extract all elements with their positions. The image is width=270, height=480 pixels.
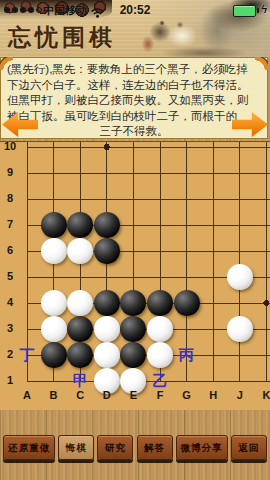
black-stone [67, 212, 93, 238]
status-bar: 中国移动 20:52 ϟ [0, 0, 270, 20]
white-stone [67, 238, 93, 264]
problem-text-line: 被白丁扳。虽可吃到白的枝叶二子，而根干的 [7, 109, 261, 125]
row-coordinate-label: 6 [1, 244, 19, 256]
row-coordinate-label: 2 [1, 348, 19, 360]
variation-point-mark[interactable]: 乙 [150, 371, 170, 391]
panel-corner-ornament [255, 57, 268, 70]
black-stone [94, 290, 120, 316]
row-coordinate-label: 9 [1, 166, 19, 178]
column-coordinate-label: D [98, 389, 116, 401]
column-coordinate-label: G [178, 389, 196, 401]
restore-redo-button[interactable]: 还原重做 [3, 435, 55, 460]
white-stone [227, 264, 253, 290]
back-button[interactable]: 返回 [231, 435, 267, 460]
black-stone [41, 342, 67, 368]
column-coordinate-label: J [231, 389, 249, 401]
battery-icon [233, 5, 256, 17]
black-stone [41, 212, 67, 238]
row-coordinate-label: 10 [1, 141, 19, 152]
problem-text-line: 下边六个白子。这样，连左边的白子也不得活。 [7, 78, 261, 94]
white-stone [147, 316, 173, 342]
white-stone [41, 290, 67, 316]
column-coordinate-label: B [45, 389, 63, 401]
answer-button[interactable]: 解答 [137, 435, 173, 460]
go-board[interactable]: 丁甲乙丙ABCDEFGHJK12345678910 [0, 141, 270, 410]
column-coordinate-label: A [18, 389, 36, 401]
black-stone [67, 316, 93, 342]
problem-text-panel: (黑先行),黑先：要救角上的三个黑子，必须吃掉 下边六个白子。这样，连左边的白子… [0, 57, 268, 139]
row-coordinate-label: 7 [1, 218, 19, 230]
variation-point-mark[interactable]: 丁 [17, 345, 37, 365]
clock-label: 20:52 [0, 3, 270, 17]
white-stone [41, 238, 67, 264]
app-title: 忘忧围棋 [8, 22, 116, 53]
charging-bolt-icon: ϟ [261, 3, 267, 15]
row-coordinate-label: 4 [1, 296, 19, 308]
black-stone [94, 238, 120, 264]
problem-text-line: (黑先行),黑先：要救角上的三个黑子，必须吃掉 [7, 62, 261, 78]
variation-point-mark[interactable]: 丙 [177, 345, 197, 365]
column-coordinate-label: H [204, 389, 222, 401]
app-screen: 忘忧围棋 中国移动 20:52 ϟ (黑先行),黑先：要救角上的三个黑子，必须吃… [0, 0, 270, 480]
black-stone [174, 290, 200, 316]
column-coordinate-label: C [71, 389, 89, 401]
row-coordinate-label: 8 [1, 192, 19, 204]
undo-move-button[interactable]: 悔棋 [58, 435, 94, 460]
variation-point-mark[interactable]: 甲 [70, 371, 90, 391]
weibo-share-button[interactable]: 微博分享 [176, 435, 228, 460]
column-coordinate-label: F [151, 389, 169, 401]
row-coordinate-label: 3 [1, 322, 19, 334]
white-stone [94, 316, 120, 342]
row-coordinate-label: 5 [1, 270, 19, 282]
study-button[interactable]: 研究 [97, 435, 133, 460]
toolbar: 还原重做 悔棋 研究 解答 微博分享 返回 [0, 435, 270, 465]
black-stone [147, 290, 173, 316]
panel-corner-ornament [0, 57, 13, 70]
problem-text-line: 但黑甲打，则被白乙接而失败。又如黑丙夹，则 [7, 93, 261, 109]
battery-cap [257, 8, 259, 13]
column-coordinate-label: K [257, 389, 270, 401]
column-coordinate-label: E [124, 389, 142, 401]
white-stone [94, 342, 120, 368]
row-coordinate-label: 1 [1, 374, 19, 386]
problem-text-line: 三子不得救。 [7, 124, 261, 140]
black-stone [94, 212, 120, 238]
white-stone [67, 290, 93, 316]
white-stone [147, 342, 173, 368]
black-stone [67, 342, 93, 368]
white-stone [227, 316, 253, 342]
white-stone [41, 316, 67, 342]
